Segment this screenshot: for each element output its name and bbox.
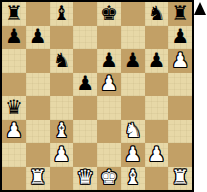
square-h2[interactable] [168, 143, 192, 167]
square-b6[interactable] [26, 49, 50, 73]
square-c5[interactable] [50, 73, 74, 97]
white-pawn-icon: ♟ [52, 144, 70, 164]
square-c1[interactable] [50, 167, 74, 191]
chess-board: ♜♝♚♞♜♟♟♟♞♟♟♟♟♟♟♛♟♝♞♟♟♟♜♛♚♝♜ [0, 0, 194, 192]
square-h6[interactable]: ♟ [168, 49, 192, 73]
white-pawn-icon: ♟ [5, 120, 23, 140]
white-rook-icon: ♜ [29, 167, 47, 187]
square-a4[interactable]: ♛ [2, 96, 26, 120]
square-e6[interactable]: ♟ [97, 49, 121, 73]
square-b2[interactable] [26, 143, 50, 167]
square-g6[interactable]: ♟ [145, 49, 169, 73]
square-b1[interactable]: ♜ [26, 167, 50, 191]
square-f8[interactable] [121, 2, 145, 26]
chess-diagram: ♜♝♚♞♜♟♟♟♞♟♟♟♟♟♟♛♟♝♞♟♟♟♜♛♚♝♜ [0, 0, 207, 192]
square-c3[interactable]: ♝ [50, 120, 74, 144]
square-h7[interactable]: ♟ [168, 26, 192, 50]
square-a5[interactable] [2, 73, 26, 97]
square-e4[interactable] [97, 96, 121, 120]
black-pawn-icon: ♟ [76, 73, 94, 93]
black-queen-icon: ♛ [5, 97, 23, 117]
square-e3[interactable] [97, 120, 121, 144]
white-king-icon: ♚ [100, 167, 118, 187]
square-f5[interactable] [121, 73, 145, 97]
square-b7[interactable]: ♟ [26, 26, 50, 50]
square-h5[interactable] [168, 73, 192, 97]
square-f2[interactable]: ♟ [121, 143, 145, 167]
square-d8[interactable] [73, 2, 97, 26]
square-f1[interactable]: ♝ [121, 167, 145, 191]
black-pawn-icon: ♟ [124, 50, 142, 70]
black-pawn-icon: ♟ [29, 26, 47, 46]
square-h3[interactable] [168, 120, 192, 144]
black-king-icon: ♚ [100, 3, 118, 23]
square-g7[interactable] [145, 26, 169, 50]
square-h1[interactable]: ♜ [168, 167, 192, 191]
square-a6[interactable] [2, 49, 26, 73]
black-bishop-icon: ♝ [52, 3, 70, 23]
square-e1[interactable]: ♚ [97, 167, 121, 191]
square-c7[interactable] [50, 26, 74, 50]
white-pawn-icon: ♟ [147, 144, 165, 164]
square-d2[interactable] [73, 143, 97, 167]
square-h4[interactable] [168, 96, 192, 120]
square-f7[interactable] [121, 26, 145, 50]
black-pawn-icon: ♟ [5, 26, 23, 46]
white-pawn-icon: ♟ [100, 73, 118, 93]
black-rook-icon: ♜ [5, 3, 23, 23]
square-g2[interactable]: ♟ [145, 143, 169, 167]
square-d5[interactable]: ♟ [73, 73, 97, 97]
white-bishop-icon: ♝ [52, 120, 70, 140]
black-pawn-icon: ♟ [100, 50, 118, 70]
square-a3[interactable]: ♟ [2, 120, 26, 144]
square-a7[interactable]: ♟ [2, 26, 26, 50]
square-b8[interactable] [26, 2, 50, 26]
square-d6[interactable] [73, 49, 97, 73]
square-d7[interactable] [73, 26, 97, 50]
square-d3[interactable] [73, 120, 97, 144]
black-pawn-icon: ♟ [147, 50, 165, 70]
square-f6[interactable]: ♟ [121, 49, 145, 73]
black-pawn-icon: ♟ [171, 26, 189, 46]
square-g3[interactable] [145, 120, 169, 144]
square-e2[interactable] [97, 143, 121, 167]
square-b4[interactable] [26, 96, 50, 120]
square-e5[interactable]: ♟ [97, 73, 121, 97]
white-queen-icon: ♛ [76, 167, 94, 187]
black-rook-icon: ♜ [171, 3, 189, 23]
square-f3[interactable]: ♞ [121, 120, 145, 144]
side-to-move-triangle-icon [194, 2, 206, 15]
white-pawn-icon: ♟ [124, 144, 142, 164]
square-b3[interactable] [26, 120, 50, 144]
white-pawn-icon: ♟ [171, 50, 189, 70]
square-e7[interactable] [97, 26, 121, 50]
square-c4[interactable] [50, 96, 74, 120]
white-rook-icon: ♜ [171, 167, 189, 187]
square-g8[interactable]: ♞ [145, 2, 169, 26]
white-bishop-icon: ♝ [124, 167, 142, 187]
square-g4[interactable] [145, 96, 169, 120]
square-b5[interactable] [26, 73, 50, 97]
black-knight-icon: ♞ [147, 3, 165, 23]
square-d1[interactable]: ♛ [73, 167, 97, 191]
square-d4[interactable] [73, 96, 97, 120]
square-h8[interactable]: ♜ [168, 2, 192, 26]
square-g1[interactable] [145, 167, 169, 191]
square-e8[interactable]: ♚ [97, 2, 121, 26]
square-a1[interactable] [2, 167, 26, 191]
square-g5[interactable] [145, 73, 169, 97]
white-knight-icon: ♞ [124, 120, 142, 140]
square-c6[interactable]: ♞ [50, 49, 74, 73]
square-a2[interactable] [2, 143, 26, 167]
square-a8[interactable]: ♜ [2, 2, 26, 26]
square-c2[interactable]: ♟ [50, 143, 74, 167]
square-f4[interactable] [121, 96, 145, 120]
square-c8[interactable]: ♝ [50, 2, 74, 26]
black-knight-icon: ♞ [52, 50, 70, 70]
